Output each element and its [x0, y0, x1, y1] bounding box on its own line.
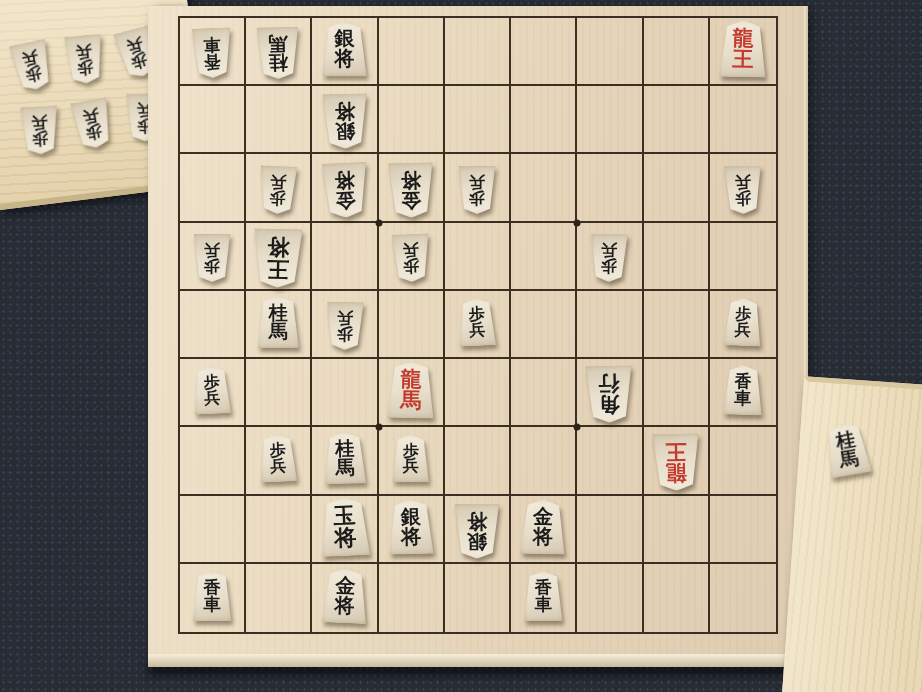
piece-kanji: 馬: [269, 322, 288, 341]
square-7h[interactable]: 玉将: [312, 496, 378, 564]
piece-sente-knight[interactable]: 桂馬: [257, 296, 300, 348]
piece-wrap: 金将: [312, 154, 376, 220]
piece-kanji: 兵: [270, 458, 287, 474]
piece-wrap: 歩兵: [54, 22, 115, 93]
square-5a[interactable]: [445, 18, 511, 86]
square-8g[interactable]: 歩兵: [246, 427, 312, 495]
square-7b[interactable]: 銀将: [312, 86, 378, 154]
piece-wrap: 桂馬: [246, 18, 310, 84]
komadai-gote-slot[interactable]: 歩兵: [62, 86, 123, 157]
piece-sente-pawn[interactable]: 歩兵: [723, 297, 763, 347]
piece-kanji: 兵: [402, 242, 419, 258]
piece-wrap: 香車: [511, 564, 575, 632]
square-7a[interactable]: 銀将: [312, 18, 378, 86]
square-6c[interactable]: 金将: [379, 154, 445, 222]
piece-gote-pawn[interactable]: 歩兵: [590, 233, 629, 282]
square-4d[interactable]: [511, 223, 577, 291]
piece-wrap: 香車: [180, 564, 244, 632]
square-5i[interactable]: [445, 564, 511, 632]
square-4f[interactable]: [511, 359, 577, 427]
square-3c[interactable]: [577, 154, 643, 222]
piece-kanji: 兵: [126, 35, 146, 54]
square-1e[interactable]: 歩兵: [710, 291, 776, 359]
piece-wrap: 龍王: [710, 18, 776, 84]
piece-kanji: 龍: [400, 369, 421, 390]
square-4a[interactable]: [511, 18, 577, 86]
piece-wrap: 銀将: [312, 86, 376, 152]
square-7d[interactable]: [312, 223, 378, 291]
piece-kanji: 兵: [75, 43, 92, 60]
square-1c[interactable]: 歩兵: [710, 154, 776, 222]
hoshi-point: [574, 219, 581, 226]
square-3i[interactable]: [577, 564, 643, 632]
square-1d[interactable]: [710, 223, 776, 291]
piece-kanji: 玉: [333, 504, 356, 526]
piece-gote-pawn[interactable]: 歩兵: [723, 165, 762, 214]
piece-wrap: 歩兵: [577, 223, 641, 289]
square-7i[interactable]: 金将: [312, 564, 378, 632]
square-9b[interactable]: [180, 86, 246, 154]
piece-sente-knight[interactable]: 桂馬: [323, 432, 367, 485]
square-3f[interactable]: 角行: [577, 359, 643, 427]
square-1i[interactable]: [710, 564, 776, 632]
piece-kanji: 兵: [270, 173, 287, 189]
piece-kanji: 行: [599, 374, 620, 395]
square-1g[interactable]: [710, 427, 776, 495]
square-4h[interactable]: 金将: [511, 496, 577, 564]
square-6f[interactable]: 龍馬: [379, 359, 445, 427]
square-8i[interactable]: [246, 564, 312, 632]
square-7g[interactable]: 桂馬: [312, 427, 378, 495]
piece-wrap: 龍王: [644, 427, 708, 493]
square-4c[interactable]: [511, 154, 577, 222]
piece-wrap: 歩兵: [246, 427, 310, 493]
square-9d[interactable]: 歩兵: [180, 223, 246, 291]
piece-wrap: 銀将: [379, 496, 443, 562]
piece-kanji: 将: [400, 170, 420, 190]
square-6h[interactable]: 銀将: [379, 496, 445, 564]
square-2b[interactable]: [644, 86, 710, 154]
piece-gote-pawn[interactable]: 歩兵: [69, 97, 115, 151]
square-1b[interactable]: [710, 86, 776, 154]
square-9i[interactable]: 香車: [180, 564, 246, 632]
piece-kanji: 車: [204, 596, 221, 613]
hoshi-point: [574, 424, 581, 431]
piece-kanji: 香: [204, 53, 222, 70]
piece-kanji: 歩: [204, 258, 220, 274]
piece-sente-gold[interactable]: 金将: [320, 567, 368, 624]
piece-kanji: 将: [401, 526, 421, 546]
piece-kanji: 兵: [403, 459, 419, 475]
square-1a[interactable]: 龍王: [710, 18, 776, 86]
piece-wrap: 桂馬: [312, 427, 376, 493]
piece-gote-silver[interactable]: 銀将: [321, 94, 368, 150]
piece-gote-knight[interactable]: 桂馬: [256, 27, 300, 80]
piece-wrap: 歩兵: [445, 291, 509, 357]
piece-kanji: 将: [334, 595, 355, 615]
square-8c[interactable]: 歩兵: [246, 154, 312, 222]
piece-wrap: 歩兵: [379, 223, 443, 289]
piece-gote-pawn[interactable]: 歩兵: [19, 105, 59, 155]
piece-kanji: 龍: [665, 462, 686, 483]
hoshi-point: [375, 424, 382, 431]
piece-kanji: 将: [334, 526, 357, 548]
piece-kanji: 馬: [838, 448, 860, 470]
komadai-gote-slot[interactable]: 歩兵: [1, 28, 62, 99]
piece-sente-silver[interactable]: 銀将: [387, 498, 434, 554]
piece-gote-pawn[interactable]: 歩兵: [8, 38, 55, 93]
square-8a[interactable]: 桂馬: [246, 18, 312, 86]
piece-kanji: 車: [734, 390, 751, 407]
square-7c[interactable]: 金将: [312, 154, 378, 222]
piece-kanji: 車: [535, 596, 552, 613]
piece-wrap: 歩兵: [445, 154, 509, 220]
piece-wrap: 歩兵: [1, 28, 62, 99]
square-2a[interactable]: [644, 18, 710, 86]
square-9a[interactable]: 香車: [180, 18, 246, 86]
piece-wrap: 銀将: [445, 496, 509, 562]
square-6a[interactable]: [379, 18, 445, 86]
square-3a[interactable]: [577, 18, 643, 86]
piece-wrap: 歩兵: [62, 86, 123, 157]
piece-sente-lance[interactable]: 香車: [523, 571, 563, 621]
piece-sente-knight[interactable]: 桂馬: [822, 420, 873, 479]
piece-sente-pawn[interactable]: 歩兵: [457, 297, 497, 347]
square-5g[interactable]: [445, 427, 511, 495]
square-4g[interactable]: [511, 427, 577, 495]
square-9c[interactable]: [180, 154, 246, 222]
square-2e[interactable]: [644, 291, 710, 359]
piece-wrap: 龍馬: [379, 359, 443, 425]
square-8f[interactable]: [246, 359, 312, 427]
piece-kanji: 兵: [601, 242, 617, 258]
piece-kanji: 兵: [204, 390, 221, 406]
piece-wrap: 香車: [180, 18, 244, 84]
piece-kanji: 王: [732, 49, 753, 70]
piece-gote-gold[interactable]: 金将: [320, 161, 368, 218]
square-9g[interactable]: [180, 427, 246, 495]
square-5d[interactable]: [445, 223, 511, 291]
piece-wrap: 歩兵: [9, 93, 70, 164]
square-1h[interactable]: [710, 496, 776, 564]
piece-sente-horse[interactable]: 龍馬: [386, 361, 435, 419]
piece-kanji: 兵: [469, 322, 486, 338]
piece-kanji: 将: [267, 236, 289, 258]
square-3b[interactable]: [577, 86, 643, 154]
piece-gote-dragon[interactable]: 龍王: [651, 434, 700, 492]
square-6d[interactable]: 歩兵: [379, 223, 445, 291]
piece-wrap: 角行: [577, 359, 641, 425]
piece-kanji: 桂: [269, 53, 288, 72]
piece-wrap: 歩兵: [710, 154, 776, 220]
board-grid: 香車桂馬銀将龍王銀将歩兵金将金将歩兵歩兵歩兵王将歩兵歩兵桂馬歩兵歩兵歩兵歩兵龍馬…: [178, 16, 778, 634]
piece-kanji: 馬: [400, 390, 421, 411]
square-6e[interactable]: [379, 291, 445, 359]
piece-kanji: 兵: [31, 114, 48, 130]
piece-gote-gold[interactable]: 金将: [387, 162, 434, 218]
shogi-photo-scene: 歩兵歩兵歩兵歩兵歩兵歩兵 香車桂馬銀将龍王銀将歩兵金将金将歩兵歩兵歩兵王将歩兵歩…: [0, 0, 922, 692]
piece-gote-lance[interactable]: 香車: [191, 27, 233, 79]
piece-wrap: 玉将: [312, 496, 376, 562]
piece-sente-pawn[interactable]: 歩兵: [392, 435, 430, 483]
piece-gote-pawn[interactable]: 歩兵: [458, 165, 496, 213]
square-9e[interactable]: [180, 291, 246, 359]
piece-sente-gold[interactable]: 金将: [520, 498, 567, 554]
square-3h[interactable]: [577, 496, 643, 564]
square-1f[interactable]: 香車: [710, 359, 776, 427]
square-8b[interactable]: [246, 86, 312, 154]
piece-wrap: 香車: [710, 359, 776, 425]
piece-gote-king[interactable]: 王将: [253, 228, 304, 288]
piece-wrap: 桂馬: [246, 291, 310, 357]
shogi-board: 香車桂馬銀将龍王銀将歩兵金将金将歩兵歩兵歩兵王将歩兵歩兵桂馬歩兵歩兵歩兵歩兵龍馬…: [148, 6, 804, 654]
hoshi-point: [375, 219, 382, 226]
square-8e[interactable]: 桂馬: [246, 291, 312, 359]
piece-wrap: 王将: [246, 223, 310, 289]
piece-kanji: 将: [334, 102, 354, 122]
piece-gote-silver[interactable]: 銀将: [454, 503, 500, 558]
piece-kanji: 兵: [469, 174, 485, 190]
square-5c[interactable]: 歩兵: [445, 154, 511, 222]
piece-kanji: 兵: [337, 310, 353, 326]
komadai-sente: 桂馬: [780, 376, 922, 692]
square-2h[interactable]: [644, 496, 710, 564]
komadai-sente-slot[interactable]: 桂馬: [815, 417, 879, 487]
square-2f[interactable]: [644, 359, 710, 427]
piece-wrap: 金将: [379, 154, 443, 220]
square-9f[interactable]: 歩兵: [180, 359, 246, 427]
square-9h[interactable]: [180, 496, 246, 564]
square-7f[interactable]: [312, 359, 378, 427]
piece-kanji: 兵: [82, 107, 100, 125]
piece-gote-pawn[interactable]: 歩兵: [391, 233, 431, 283]
piece-sente-dragon[interactable]: 龍王: [718, 20, 767, 78]
square-5e[interactable]: 歩兵: [445, 291, 511, 359]
square-2d[interactable]: [644, 223, 710, 291]
piece-wrap: 歩兵: [246, 154, 310, 220]
komadai-gote-slot[interactable]: 歩兵: [9, 93, 70, 164]
piece-kanji: 兵: [735, 174, 751, 190]
square-3g[interactable]: [577, 427, 643, 495]
piece-kanji: 兵: [20, 48, 39, 67]
piece-kanji: 王: [267, 258, 289, 280]
piece-kanji: 将: [334, 170, 355, 190]
piece-sente-king[interactable]: 玉将: [318, 496, 370, 557]
square-5h[interactable]: 銀将: [445, 496, 511, 564]
piece-gote-pawn[interactable]: 歩兵: [325, 302, 364, 351]
piece-sente-lance[interactable]: 香車: [722, 365, 763, 416]
piece-kanji: 龍: [732, 28, 753, 49]
piece-wrap: 歩兵: [710, 291, 776, 357]
piece-gote-pawn[interactable]: 歩兵: [258, 165, 298, 215]
square-5b[interactable]: [445, 86, 511, 154]
piece-wrap: 銀将: [312, 18, 376, 84]
piece-kanji: 王: [665, 442, 686, 463]
square-3d[interactable]: 歩兵: [577, 223, 643, 291]
piece-kanji: 馬: [268, 34, 287, 53]
piece-sente-lance[interactable]: 香車: [192, 571, 232, 621]
piece-kanji: 銀: [467, 531, 487, 551]
piece-kanji: 角: [599, 394, 620, 415]
piece-gote-bishop[interactable]: 角行: [585, 366, 634, 424]
piece-kanji: 歩: [336, 326, 352, 342]
piece-kanji: 兵: [734, 322, 751, 338]
piece-wrap: 金将: [511, 496, 575, 562]
piece-sente-pawn[interactable]: 歩兵: [258, 434, 298, 484]
piece-kanji: 将: [335, 49, 355, 69]
piece-gote-pawn[interactable]: 歩兵: [193, 234, 231, 282]
piece-wrap: 歩兵: [180, 359, 244, 425]
piece-wrap: 歩兵: [180, 223, 244, 289]
piece-sente-pawn[interactable]: 歩兵: [192, 366, 232, 416]
square-2g[interactable]: 龍王: [644, 427, 710, 495]
piece-wrap: 金将: [312, 564, 376, 632]
komadai-gote-slot[interactable]: 歩兵: [54, 22, 115, 93]
piece-kanji: 銀: [335, 121, 355, 141]
piece-sente-silver[interactable]: 銀将: [322, 21, 368, 76]
square-6g[interactable]: 歩兵: [379, 427, 445, 495]
piece-kanji: 将: [533, 526, 553, 546]
square-8d[interactable]: 王将: [246, 223, 312, 291]
square-2c[interactable]: [644, 154, 710, 222]
square-5f[interactable]: [445, 359, 511, 427]
square-3e[interactable]: [577, 291, 643, 359]
piece-kanji: 兵: [204, 242, 220, 258]
square-2i[interactable]: [644, 564, 710, 632]
piece-wrap: 歩兵: [312, 291, 376, 357]
square-8h[interactable]: [246, 496, 312, 564]
square-4b[interactable]: [511, 86, 577, 154]
square-4e[interactable]: [511, 291, 577, 359]
piece-kanji: 将: [467, 511, 487, 531]
piece-wrap: 歩兵: [379, 427, 443, 493]
square-7e[interactable]: 歩兵: [312, 291, 378, 359]
square-4i[interactable]: 香車: [511, 564, 577, 632]
piece-kanji: 馬: [335, 458, 354, 477]
square-6i[interactable]: [379, 564, 445, 632]
piece-wrap: 桂馬: [815, 417, 879, 487]
piece-gote-pawn[interactable]: 歩兵: [63, 33, 105, 84]
square-6b[interactable]: [379, 86, 445, 154]
piece-kanji: 車: [203, 36, 221, 53]
